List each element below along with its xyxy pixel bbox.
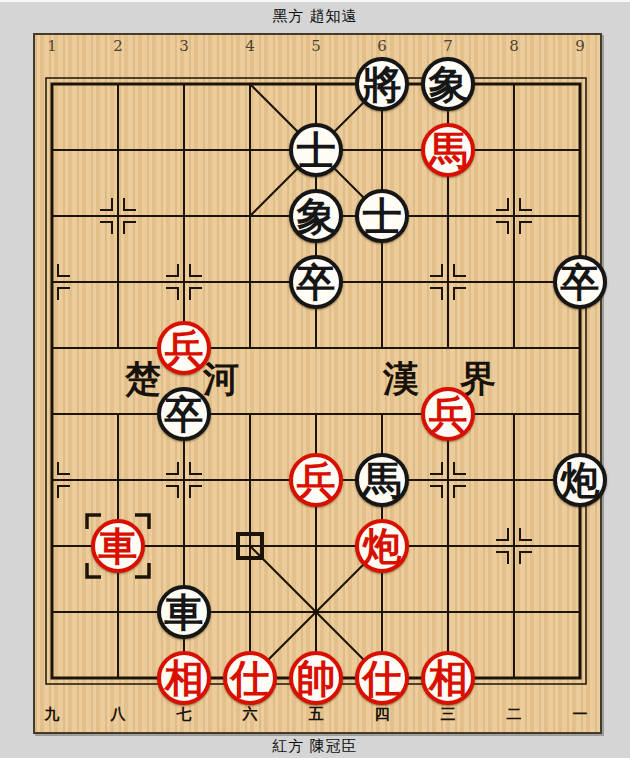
piece-black-general[interactable]: 將 — [355, 57, 409, 111]
river-label: 漢 — [383, 355, 419, 404]
file-coordinate-top: 9 — [565, 37, 595, 55]
piece-red-cannon[interactable]: 炮 — [355, 519, 409, 573]
piece-black-cannon[interactable]: 炮 — [553, 453, 607, 507]
river-label: 河 — [203, 355, 239, 404]
piece-black-horse[interactable]: 馬 — [355, 453, 409, 507]
file-coordinate-bottom: 七 — [169, 705, 199, 723]
red-player-label: 紅方 陳冠臣 — [0, 737, 630, 756]
file-coordinate-top: 6 — [367, 37, 397, 55]
file-coordinate-top: 5 — [301, 37, 331, 55]
piece-red-horse[interactable]: 馬 — [421, 123, 475, 177]
piece-black-advisor[interactable]: 士 — [355, 189, 409, 243]
file-coordinate-bottom: 一 — [565, 705, 595, 723]
file-coordinate-bottom: 九 — [37, 705, 67, 723]
file-coordinate-bottom: 五 — [301, 705, 331, 723]
piece-black-elephant[interactable]: 象 — [421, 57, 475, 111]
piece-red-elephant[interactable]: 相 — [157, 651, 211, 705]
piece-black-elephant[interactable]: 象 — [289, 189, 343, 243]
file-coordinate-top: 1 — [37, 37, 67, 55]
file-coordinate-bottom: 三 — [433, 705, 463, 723]
piece-black-soldier[interactable]: 卒 — [157, 387, 211, 441]
piece-red-soldier[interactable]: 兵 — [289, 453, 343, 507]
piece-red-advisor[interactable]: 仕 — [355, 651, 409, 705]
river-label: 楚 — [125, 355, 161, 404]
xiangqi-board[interactable]: 123456789九八七六五四三二一楚河漢界將象士馬象士卒卒兵卒兵兵馬炮車炮車相… — [33, 33, 602, 734]
file-coordinate-top: 3 — [169, 37, 199, 55]
file-coordinate-top: 2 — [103, 37, 133, 55]
file-coordinate-bottom: 八 — [103, 705, 133, 723]
piece-red-general[interactable]: 帥 — [289, 651, 343, 705]
file-coordinate-top: 4 — [235, 37, 265, 55]
file-coordinate-top: 8 — [499, 37, 529, 55]
file-coordinate-bottom: 六 — [235, 705, 265, 723]
piece-black-advisor[interactable]: 士 — [289, 123, 343, 177]
file-coordinate-top: 7 — [433, 37, 463, 55]
piece-black-soldier[interactable]: 卒 — [289, 255, 343, 309]
file-coordinate-bottom: 四 — [367, 705, 397, 723]
piece-black-soldier[interactable]: 卒 — [553, 255, 607, 309]
piece-red-advisor[interactable]: 仕 — [223, 651, 277, 705]
piece-red-soldier[interactable]: 兵 — [421, 387, 475, 441]
black-player-label: 黑方 趙知遠 — [0, 7, 630, 26]
piece-red-soldier[interactable]: 兵 — [157, 321, 211, 375]
panel-top-highlight — [0, 0, 630, 2]
piece-black-chariot[interactable]: 車 — [157, 585, 211, 639]
piece-red-elephant[interactable]: 相 — [421, 651, 475, 705]
piece-red-chariot[interactable]: 車 — [91, 519, 145, 573]
file-coordinate-bottom: 二 — [499, 705, 529, 723]
